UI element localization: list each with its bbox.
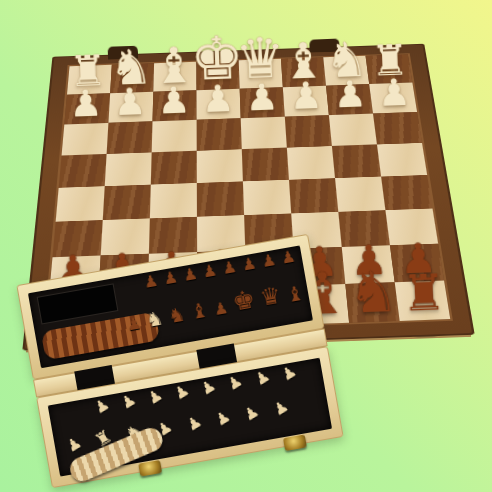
white-bishop: ♝ xyxy=(151,40,197,91)
square-f3 xyxy=(152,120,197,152)
light-pawn-in-case: ♟ xyxy=(241,403,262,424)
square-g5 xyxy=(103,185,151,220)
square-a2: ♟ xyxy=(369,83,417,114)
light-pawn-in-case: ♟ xyxy=(270,398,291,419)
board-hinge-icon xyxy=(309,39,340,53)
square-b2: ♟ xyxy=(326,84,373,115)
square-e5 xyxy=(197,181,244,216)
light-pawn-in-case: ♟ xyxy=(118,391,139,412)
square-b4 xyxy=(332,144,381,178)
dark-knight-in-case: ♞ xyxy=(167,305,187,327)
light-knight-in-case: ♞ xyxy=(145,308,165,330)
square-a5 xyxy=(381,175,432,210)
square-b6 xyxy=(338,210,390,247)
square-h1: ♜ xyxy=(67,65,112,95)
square-e4 xyxy=(197,149,243,183)
white-rook: ♜ xyxy=(68,50,107,93)
square-h3 xyxy=(62,123,109,156)
light-pawn-in-case: ♟ xyxy=(278,363,299,384)
dark-pawn-in-case: ♟ xyxy=(162,269,179,287)
square-h4 xyxy=(59,154,107,188)
board-hinge-icon xyxy=(107,46,138,60)
square-f4 xyxy=(151,151,197,185)
square-g2: ♟ xyxy=(108,92,153,123)
square-h2: ♟ xyxy=(64,93,110,124)
square-g4 xyxy=(105,152,152,186)
board-latch-icon xyxy=(414,322,438,335)
dark-pawn-in-case: ♟ xyxy=(126,315,143,333)
square-c4 xyxy=(287,146,335,180)
light-pawn-in-case: ♟ xyxy=(64,434,85,455)
light-pawn-in-case: ♟ xyxy=(198,377,219,398)
dark-bishop-in-case: ♝ xyxy=(285,283,306,306)
square-a1: ♜ xyxy=(366,54,413,84)
dark-queen-in-case: ♛ xyxy=(258,284,282,310)
square-a4 xyxy=(377,143,427,177)
dark-pawn-in-case: ♟ xyxy=(260,252,277,270)
square-e1: ♚ xyxy=(196,60,239,90)
square-c2: ♟ xyxy=(283,86,329,117)
dark-pawn-in-case: ♟ xyxy=(182,266,199,284)
square-b1: ♞ xyxy=(323,56,369,86)
square-b7: ♟ xyxy=(342,245,395,284)
square-a7: ♟ xyxy=(390,244,444,283)
square-h5 xyxy=(56,186,105,221)
light-pawn-in-case: ♟ xyxy=(184,413,205,434)
dark-pawn-in-case: ♟ xyxy=(213,300,230,318)
white-queen: ♛ xyxy=(234,30,286,87)
square-b5 xyxy=(335,177,385,212)
square-g1: ♞ xyxy=(110,63,154,93)
square-f6 xyxy=(149,217,197,254)
brown-pawn: ♟ xyxy=(399,238,437,280)
dark-pawn-in-case: ♟ xyxy=(221,259,238,277)
square-d3 xyxy=(241,117,287,149)
square-f2: ♟ xyxy=(153,90,197,121)
light-pawn-in-case: ♟ xyxy=(172,382,193,403)
accessory-slot xyxy=(37,283,119,324)
scene-background: ♜♞♝♚♛♝♞♜♟♟♟♟♟♟♟♟♟♟♟♟♟♟♟♟♜♞♝♚♛♝♞♜ ♟♟♟♟♟♟♟… xyxy=(0,0,492,492)
square-c3 xyxy=(285,115,332,147)
dark-pawn-in-case: ♟ xyxy=(241,255,258,273)
square-d4 xyxy=(242,148,289,182)
square-d5 xyxy=(243,180,291,215)
light-pawn-in-case: ♟ xyxy=(145,386,166,407)
square-g3 xyxy=(107,121,153,154)
dark-pawn-in-case: ♟ xyxy=(143,273,160,291)
dark-king-in-case: ♚ xyxy=(231,286,257,315)
dark-pawn-in-case: ♟ xyxy=(280,248,297,266)
light-pawn-in-case: ♟ xyxy=(212,408,233,429)
square-f1: ♝ xyxy=(153,62,196,92)
white-rook: ♜ xyxy=(370,39,409,82)
square-a6 xyxy=(385,209,438,246)
square-b3 xyxy=(329,114,377,146)
light-pawn-in-case: ♟ xyxy=(225,372,246,393)
dark-bishop-in-case: ♝ xyxy=(189,299,210,322)
square-c1: ♝ xyxy=(281,57,326,87)
brown-pawn: ♟ xyxy=(350,240,388,282)
square-f5 xyxy=(150,183,197,218)
dark-pawn-in-case: ♟ xyxy=(201,262,218,280)
light-pawn-in-case: ♟ xyxy=(91,396,112,417)
square-d1: ♛ xyxy=(239,59,283,89)
square-g6 xyxy=(101,218,150,255)
square-e3 xyxy=(197,118,242,150)
light-pawn-in-case: ♟ xyxy=(252,367,273,388)
white-king: ♚ xyxy=(189,28,244,89)
square-e2: ♟ xyxy=(196,89,240,120)
square-d2: ♟ xyxy=(240,87,285,118)
square-c5 xyxy=(289,178,338,213)
square-h6 xyxy=(52,220,102,257)
square-a3 xyxy=(373,112,422,144)
